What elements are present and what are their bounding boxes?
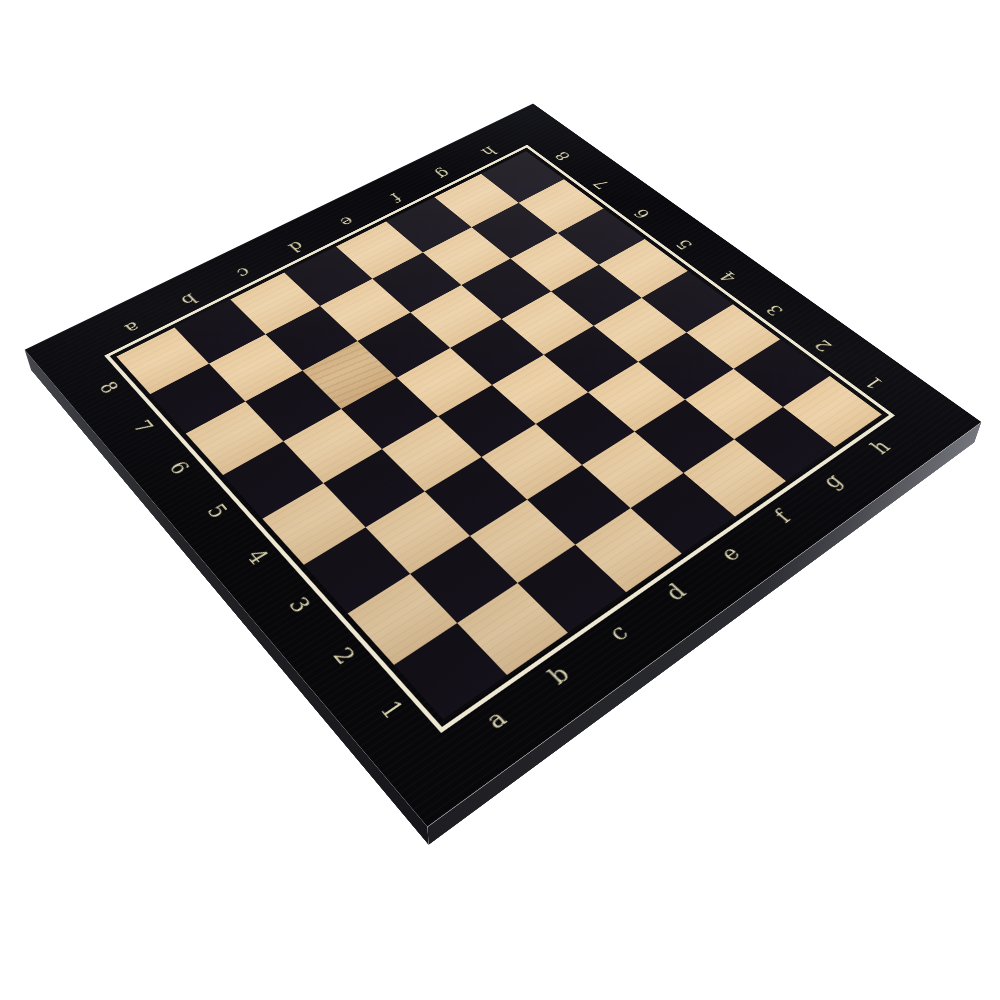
square-d4 — [438, 385, 536, 457]
square-c1 — [518, 545, 627, 633]
coord-file-g-far: g — [432, 167, 453, 181]
coord-rank-1-far: 1 — [862, 373, 887, 391]
chess-board: aabbccddeeffgghh1122334455667788 — [25, 103, 982, 826]
coord-rank-5-far: 5 — [673, 237, 696, 252]
product-photo-scene: aabbccddeeffgghh1122334455667788 — [152, 45, 832, 725]
square-d2 — [527, 465, 630, 545]
coord-file-b-far: b — [178, 291, 200, 308]
coord-file-f-near: f — [771, 507, 795, 526]
square-d1 — [575, 508, 681, 592]
coord-rank-7-near: 7 — [129, 418, 156, 437]
coord-file-e-far: e — [336, 214, 357, 229]
square-c5 — [341, 378, 438, 449]
coord-file-f-far: f — [387, 191, 404, 203]
square-a2 — [348, 574, 458, 665]
coord-rank-1-near: 1 — [375, 697, 406, 723]
coord-rank-6-near: 6 — [165, 458, 193, 478]
square-f2 — [635, 400, 735, 473]
coord-rank-6-far: 6 — [631, 206, 654, 220]
coord-rank-2-near: 2 — [328, 644, 359, 669]
coord-rank-3-far: 3 — [763, 302, 787, 318]
square-c4 — [382, 416, 482, 491]
square-c2 — [470, 500, 575, 583]
coord-file-e-near: e — [717, 543, 745, 565]
coord-file-h-near: h — [867, 437, 894, 457]
square-a4 — [262, 483, 365, 565]
coord-file-c-far: c — [233, 265, 254, 280]
coord-file-a-near: a — [482, 706, 511, 733]
coord-file-a-far: a — [121, 319, 143, 336]
square-a3 — [304, 527, 410, 613]
coord-rank-4-near: 4 — [242, 546, 271, 568]
coord-file-b-near: b — [544, 662, 574, 688]
square-c3 — [425, 457, 527, 536]
coord-rank-4-far: 4 — [717, 269, 741, 284]
square-d3 — [481, 424, 582, 500]
coord-file-d-far: d — [285, 239, 307, 254]
coord-file-d-near: d — [662, 581, 691, 605]
square-b3 — [366, 491, 470, 573]
square-e3 — [536, 392, 635, 465]
square-e1 — [631, 473, 735, 554]
coord-rank-3-near: 3 — [284, 594, 314, 617]
square-h1 — [783, 376, 882, 447]
coordinate-labels: aabbccddeeffgghh1122334455667788 — [25, 103, 982, 826]
square-a1 — [394, 623, 507, 719]
coord-rank-5-near: 5 — [203, 501, 231, 522]
coord-rank-2-far: 2 — [811, 337, 836, 354]
coord-file-h-far: h — [478, 144, 499, 158]
square-a6 — [186, 401, 284, 475]
square-b2 — [410, 536, 517, 623]
square-b4 — [323, 449, 424, 527]
coord-rank-8-near: 8 — [95, 379, 121, 397]
square-b5 — [283, 409, 382, 483]
square-a5 — [223, 441, 323, 518]
board-frame: aabbccddeeffgghh1122334455667788 — [25, 103, 982, 826]
coord-file-g-near: g — [819, 471, 847, 492]
square-e2 — [582, 432, 683, 508]
square-g1 — [734, 407, 835, 481]
coord-rank-8-far: 8 — [552, 149, 574, 162]
square-f1 — [683, 439, 786, 516]
coord-file-c-near: c — [605, 621, 633, 645]
square-b1 — [457, 583, 568, 675]
coord-rank-7-far: 7 — [591, 177, 613, 190]
